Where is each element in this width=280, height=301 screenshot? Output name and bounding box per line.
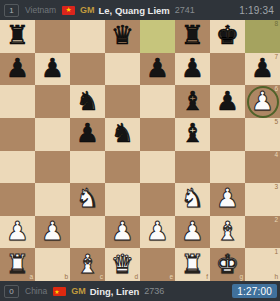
square-c1[interactable]: ♝c: [70, 248, 105, 281]
piece-black-pawn[interactable]: ♟: [216, 88, 239, 114]
square-c3[interactable]: ♞: [70, 183, 105, 216]
square-d5[interactable]: ♞: [105, 118, 140, 151]
file-label-f: f: [206, 274, 208, 281]
square-f3[interactable]: ♞: [175, 183, 210, 216]
file-label-h: h: [274, 274, 278, 281]
square-c2[interactable]: [70, 216, 105, 249]
square-a8[interactable]: ♜: [0, 20, 35, 53]
bottom-player-clock: 1:27:00: [232, 284, 277, 298]
piece-white-bishop[interactable]: ♝: [76, 251, 99, 277]
square-b1[interactable]: b: [35, 248, 70, 281]
square-g3[interactable]: ♟: [210, 183, 245, 216]
square-b5[interactable]: [35, 118, 70, 151]
chess-board: ♜♛♜♚8♟♟♟♟♟7♞♝♟♟6♟♞♝54♞♞♟3♟♟♟♟♟♝2♜ab♝c♛de…: [0, 20, 280, 281]
piece-white-bishop[interactable]: ♝: [216, 218, 239, 244]
square-b6[interactable]: [35, 85, 70, 118]
top-score-badge: 1: [4, 4, 19, 17]
square-d2[interactable]: ♟: [105, 216, 140, 249]
piece-white-pawn[interactable]: ♟: [251, 88, 274, 114]
piece-white-king[interactable]: ♚: [216, 251, 239, 277]
square-a7[interactable]: ♟: [0, 53, 35, 86]
rank-label-4: 4: [274, 152, 278, 159]
square-f1[interactable]: ♜f: [175, 248, 210, 281]
top-player-country: Vietnam: [25, 5, 56, 15]
piece-black-rook[interactable]: ♜: [6, 22, 29, 48]
square-a4[interactable]: [0, 151, 35, 184]
square-g1[interactable]: ♚g: [210, 248, 245, 281]
piece-white-pawn[interactable]: ♟: [41, 218, 64, 244]
square-g8[interactable]: ♚: [210, 20, 245, 53]
square-c6[interactable]: ♞: [70, 85, 105, 118]
piece-black-pawn[interactable]: ♟: [251, 55, 274, 81]
top-player-title: GM: [80, 5, 95, 15]
square-c7[interactable]: [70, 53, 105, 86]
square-a2[interactable]: ♟: [0, 216, 35, 249]
square-f5[interactable]: ♝: [175, 118, 210, 151]
square-c5[interactable]: ♟: [70, 118, 105, 151]
square-d4[interactable]: [105, 151, 140, 184]
china-flag-icon: ★: [53, 287, 66, 296]
piece-black-knight[interactable]: ♞: [111, 120, 134, 146]
piece-black-bishop[interactable]: ♝: [181, 88, 204, 114]
square-b3[interactable]: [35, 183, 70, 216]
file-label-g: g: [239, 274, 243, 281]
square-d8[interactable]: ♛: [105, 20, 140, 53]
piece-black-pawn[interactable]: ♟: [146, 55, 169, 81]
square-e6[interactable]: [140, 85, 175, 118]
square-e7[interactable]: ♟: [140, 53, 175, 86]
square-h3[interactable]: 3: [245, 183, 280, 216]
square-e4[interactable]: [140, 151, 175, 184]
file-label-d: d: [134, 274, 138, 281]
square-g6[interactable]: ♟: [210, 85, 245, 118]
square-f6[interactable]: ♝: [175, 85, 210, 118]
bottom-player-country: China: [25, 286, 47, 296]
square-h6[interactable]: ♟6: [245, 85, 280, 118]
square-a6[interactable]: [0, 85, 35, 118]
square-g4[interactable]: [210, 151, 245, 184]
square-d1[interactable]: ♛d: [105, 248, 140, 281]
square-h7[interactable]: ♟7: [245, 53, 280, 86]
rank-label-6: 6: [274, 86, 278, 93]
square-e5[interactable]: [140, 118, 175, 151]
vietnam-flag-icon: ★: [62, 6, 75, 15]
piece-black-rook[interactable]: ♜: [181, 22, 204, 48]
rank-label-5: 5: [274, 119, 278, 126]
piece-white-pawn[interactable]: ♟: [216, 185, 239, 211]
square-f4[interactable]: [175, 151, 210, 184]
square-f7[interactable]: ♟: [175, 53, 210, 86]
top-player-name: Le, Quang Liem: [99, 5, 170, 16]
square-g5[interactable]: [210, 118, 245, 151]
bottom-player-bar: 0 China ★ GM Ding, Liren 2736 1:27:00: [0, 281, 280, 301]
square-b2[interactable]: ♟: [35, 216, 70, 249]
square-e3[interactable]: [140, 183, 175, 216]
square-d7[interactable]: [105, 53, 140, 86]
flag-star-icon: ★: [62, 6, 75, 15]
square-e1[interactable]: e: [140, 248, 175, 281]
square-c4[interactable]: [70, 151, 105, 184]
square-h8[interactable]: 8: [245, 20, 280, 53]
rank-label-2: 2: [274, 217, 278, 224]
square-g2[interactable]: ♝: [210, 216, 245, 249]
square-f8[interactable]: ♜: [175, 20, 210, 53]
piece-black-pawn[interactable]: ♟: [76, 120, 99, 146]
piece-white-knight[interactable]: ♞: [76, 185, 99, 211]
square-d6[interactable]: [105, 85, 140, 118]
piece-white-pawn[interactable]: ♟: [6, 218, 29, 244]
piece-black-pawn[interactable]: ♟: [6, 55, 29, 81]
rank-label-8: 8: [274, 21, 278, 28]
square-h5[interactable]: 5: [245, 118, 280, 151]
square-b8[interactable]: [35, 20, 70, 53]
top-player-clock: 1:19:34: [239, 5, 274, 16]
piece-black-pawn[interactable]: ♟: [41, 55, 64, 81]
piece-white-pawn[interactable]: ♟: [146, 218, 169, 244]
square-h1[interactable]: 1h: [245, 248, 280, 281]
rank-label-7: 7: [274, 54, 278, 61]
square-a1[interactable]: ♜a: [0, 248, 35, 281]
square-a3[interactable]: [0, 183, 35, 216]
square-a5[interactable]: [0, 118, 35, 151]
square-h2[interactable]: 2: [245, 216, 280, 249]
square-d3[interactable]: [105, 183, 140, 216]
rank-label-3: 3: [274, 184, 278, 191]
top-player-rating: 2741: [175, 5, 195, 15]
piece-black-knight[interactable]: ♞: [76, 88, 99, 114]
square-h4[interactable]: 4: [245, 151, 280, 184]
square-c8[interactable]: [70, 20, 105, 53]
file-label-c: c: [100, 274, 103, 281]
square-b7[interactable]: ♟: [35, 53, 70, 86]
square-e2[interactable]: ♟: [140, 216, 175, 249]
square-e8[interactable]: [140, 20, 175, 53]
piece-white-rook[interactable]: ♜: [6, 251, 29, 277]
bottom-player-rating: 2736: [144, 286, 164, 296]
chess-broadcast-window: 1 Vietnam ★ GM Le, Quang Liem 2741 1:19:…: [0, 0, 280, 301]
square-f2[interactable]: ♟: [175, 216, 210, 249]
piece-black-pawn[interactable]: ♟: [181, 55, 204, 81]
bottom-player-title: GM: [71, 286, 86, 296]
rank-label-1: 1: [274, 249, 278, 256]
piece-white-knight[interactable]: ♞: [181, 185, 204, 211]
bottom-score-badge: 0: [4, 285, 19, 298]
piece-white-pawn[interactable]: ♟: [181, 218, 204, 244]
piece-black-queen[interactable]: ♛: [111, 22, 134, 48]
piece-black-bishop[interactable]: ♝: [181, 120, 204, 146]
square-b4[interactable]: [35, 151, 70, 184]
file-label-b: b: [64, 274, 68, 281]
piece-white-pawn[interactable]: ♟: [111, 218, 134, 244]
bottom-player-name: Ding, Liren: [90, 286, 140, 297]
file-label-e: e: [169, 274, 173, 281]
square-g7[interactable]: [210, 53, 245, 86]
piece-white-queen[interactable]: ♛: [111, 251, 134, 277]
flag-star-icon: ★: [54, 287, 66, 296]
top-player-bar: 1 Vietnam ★ GM Le, Quang Liem 2741 1:19:…: [0, 0, 280, 20]
piece-white-rook[interactable]: ♜: [181, 251, 204, 277]
file-label-a: a: [29, 274, 33, 281]
piece-black-king[interactable]: ♚: [216, 22, 239, 48]
